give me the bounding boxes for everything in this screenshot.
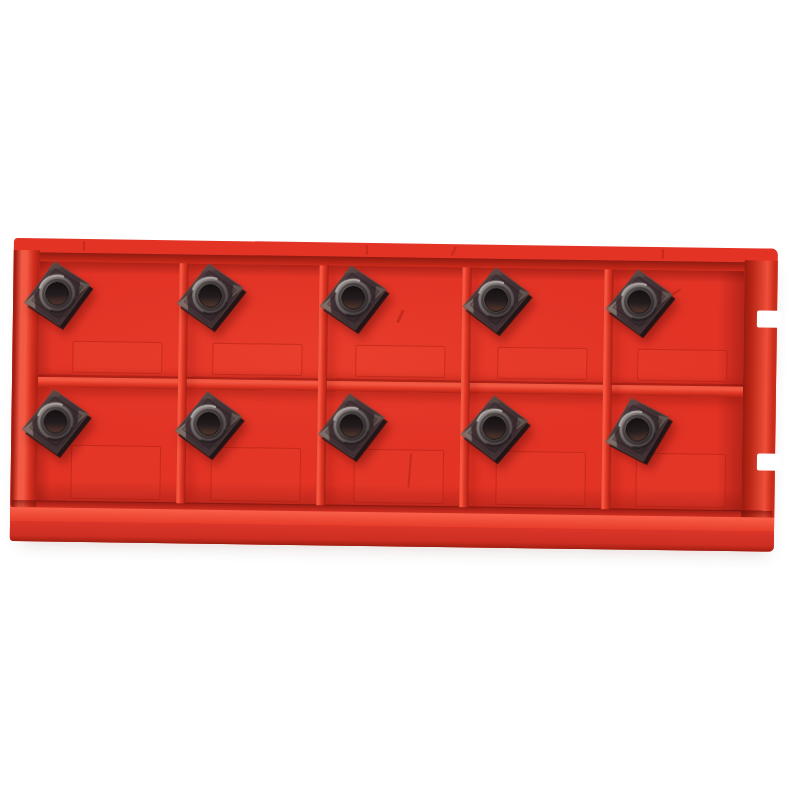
carbide-insert [177,263,244,328]
insert-hole [484,288,508,312]
floor-mold-mark [497,347,587,380]
insert-hole [199,284,222,307]
insert-hole [340,414,363,437]
scene-caption: Overhead photo of an open bright-red pla… [0,0,1,1]
rim-mold-seam [83,241,85,251]
carbide-insert [601,394,675,466]
insert-box [10,238,778,552]
rim-mold-seam [366,245,368,255]
carbide-insert [174,391,242,457]
right-wall-notch [757,453,781,470]
floor-mold-mark [212,343,302,376]
carbide-insert [320,266,386,330]
carbide-insert [24,261,91,327]
insert-hole [482,416,506,440]
rim-mold-seam [451,246,458,256]
carbide-insert [462,266,531,333]
insert-hole [342,286,365,309]
carbide-insert [318,394,384,458]
carbide-insert [605,269,673,335]
insert-hole [627,290,651,314]
carbide-insert [460,394,529,461]
right-wall [741,260,778,517]
insert-hole [46,282,69,305]
insert-hole [44,410,67,433]
right-wall-notch [757,310,781,327]
insert-hole [197,412,221,436]
carbide-insert [22,389,89,454]
photo-background: Overhead photo of an open bright-red pla… [0,0,800,800]
floor-mold-mark [72,341,162,374]
rim-mold-seam [662,249,664,259]
floor-mold-mark [637,349,727,382]
floor-mold-mark [355,345,445,378]
